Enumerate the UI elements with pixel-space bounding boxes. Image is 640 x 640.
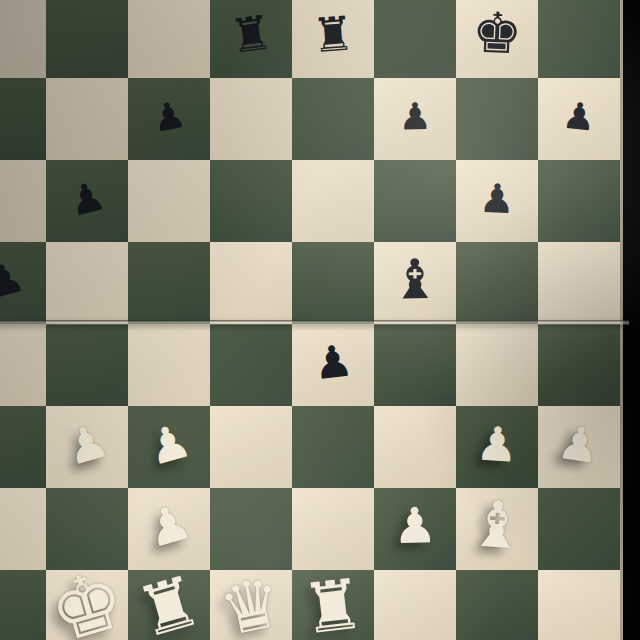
square-e3[interactable]: [292, 406, 374, 488]
square-h3[interactable]: ♟: [538, 406, 620, 488]
square-f5[interactable]: ♝: [374, 242, 456, 324]
square-g7[interactable]: [456, 78, 538, 160]
square-f1[interactable]: [374, 570, 456, 640]
square-g1[interactable]: [456, 570, 538, 640]
white-pawn-h3[interactable]: ♟: [555, 418, 604, 471]
square-d6[interactable]: [210, 160, 292, 242]
square-f8[interactable]: [374, 0, 456, 78]
square-f2[interactable]: ♟: [374, 488, 456, 570]
square-f6[interactable]: [374, 160, 456, 242]
square-g6[interactable]: ♟: [456, 160, 538, 242]
black-pawn-g6[interactable]: ♟: [478, 178, 515, 219]
square-d4[interactable]: [210, 324, 292, 406]
square-g3[interactable]: ♟: [456, 406, 538, 488]
square-b3[interactable]: ♟: [46, 406, 128, 488]
white-queen-d1[interactable]: ♛: [214, 567, 289, 640]
square-h8[interactable]: [538, 0, 620, 78]
black-rook-e8[interactable]: ♜: [310, 9, 356, 59]
square-b4[interactable]: [46, 324, 128, 406]
chess-board: ♜♜♚♟♟♟♟♟♟♝♟♟♟♟♟♟♟♝♚♜♛♜: [0, 0, 623, 640]
square-c1[interactable]: ♜: [128, 570, 210, 640]
square-d1[interactable]: ♛: [210, 570, 292, 640]
square-d8[interactable]: ♜: [210, 0, 292, 78]
white-king-b1[interactable]: ♚: [40, 557, 133, 640]
square-b5[interactable]: [46, 242, 128, 324]
white-bishop-g2[interactable]: ♝: [466, 491, 527, 558]
black-pawn-b6[interactable]: ♟: [65, 175, 110, 223]
square-e4[interactable]: ♟: [292, 324, 374, 406]
white-pawn-b3[interactable]: ♟: [60, 416, 113, 473]
board-fold-seam: [0, 320, 629, 325]
square-e2[interactable]: [292, 488, 374, 570]
square-g4[interactable]: [456, 324, 538, 406]
square-b8[interactable]: [46, 0, 128, 78]
square-a2[interactable]: [0, 488, 46, 570]
square-d7[interactable]: [210, 78, 292, 160]
square-c6[interactable]: [128, 160, 210, 242]
square-f7[interactable]: ♟: [374, 78, 456, 160]
square-h5[interactable]: [538, 242, 620, 324]
square-b6[interactable]: ♟: [46, 160, 128, 242]
square-a4[interactable]: [0, 324, 46, 406]
square-h1[interactable]: [538, 570, 620, 640]
square-g5[interactable]: [456, 242, 538, 324]
square-d2[interactable]: [210, 488, 292, 570]
square-f4[interactable]: [374, 324, 456, 406]
square-a1[interactable]: [0, 570, 46, 640]
square-c3[interactable]: ♟: [128, 406, 210, 488]
black-pawn-c7[interactable]: ♟: [149, 95, 189, 138]
photo-frame: ♜♜♚♟♟♟♟♟♟♝♟♟♟♟♟♟♟♝♚♜♛♜: [0, 0, 640, 640]
white-pawn-g3[interactable]: ♟: [475, 419, 520, 468]
black-pawn-e4[interactable]: ♟: [311, 338, 355, 386]
white-pawn-c2[interactable]: ♟: [141, 496, 197, 555]
square-c8[interactable]: [128, 0, 210, 78]
square-c4[interactable]: [128, 324, 210, 406]
square-d5[interactable]: [210, 242, 292, 324]
square-c5[interactable]: [128, 242, 210, 324]
square-e8[interactable]: ♜: [292, 0, 374, 78]
square-b7[interactable]: [46, 78, 128, 160]
square-c2[interactable]: ♟: [128, 488, 210, 570]
square-a3[interactable]: [0, 406, 46, 488]
square-g8[interactable]: ♚: [456, 0, 538, 78]
square-e1[interactable]: ♜: [292, 570, 374, 640]
square-g2[interactable]: ♝: [456, 488, 538, 570]
white-rook-c1[interactable]: ♜: [130, 565, 208, 640]
white-pawn-c3[interactable]: ♟: [142, 416, 195, 473]
square-e6[interactable]: [292, 160, 374, 242]
white-pawn-f2[interactable]: ♟: [392, 501, 437, 551]
black-pawn-h7[interactable]: ♟: [561, 97, 598, 137]
square-a7[interactable]: [0, 78, 46, 160]
square-b1[interactable]: ♚: [46, 570, 128, 640]
square-e7[interactable]: [292, 78, 374, 160]
square-h6[interactable]: [538, 160, 620, 242]
black-king-g8[interactable]: ♚: [471, 5, 523, 63]
square-e5[interactable]: [292, 242, 374, 324]
square-a6[interactable]: [0, 160, 46, 242]
square-a8[interactable]: [0, 0, 46, 78]
black-bishop-f5[interactable]: ♝: [390, 252, 440, 308]
square-h2[interactable]: [538, 488, 620, 570]
square-d3[interactable]: [210, 406, 292, 488]
square-h4[interactable]: [538, 324, 620, 406]
square-a5[interactable]: ♟: [0, 242, 46, 324]
square-c7[interactable]: ♟: [128, 78, 210, 160]
square-f3[interactable]: [374, 406, 456, 488]
black-rook-d8[interactable]: ♜: [227, 8, 275, 60]
black-pawn-f7[interactable]: ♟: [398, 98, 432, 136]
square-h7[interactable]: ♟: [538, 78, 620, 160]
black-pawn-a5[interactable]: ♟: [0, 255, 29, 306]
white-rook-e1[interactable]: ♜: [298, 569, 367, 640]
